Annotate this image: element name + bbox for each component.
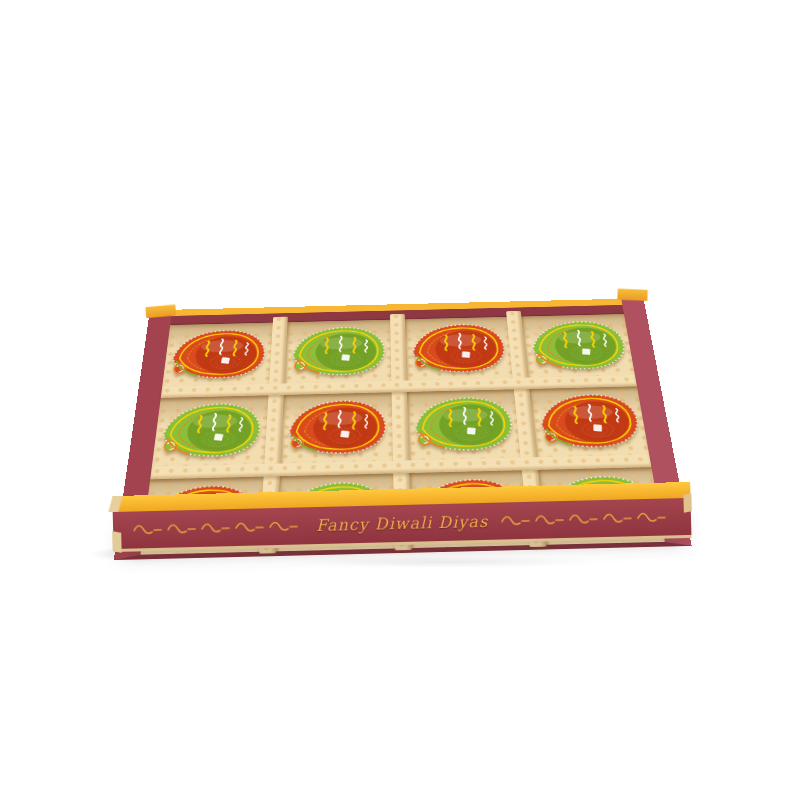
compartment — [407, 390, 521, 460]
compartment — [152, 396, 268, 467]
compartment — [280, 393, 392, 464]
diya-green — [410, 393, 518, 457]
tray-row — [162, 314, 635, 387]
divider-vertical — [391, 386, 409, 462]
diya-green — [287, 323, 387, 381]
gold-scroll-ornament-right — [500, 510, 672, 528]
ground-shadow-bottom — [300, 556, 600, 568]
compartment — [162, 323, 272, 387]
compartment — [521, 314, 634, 378]
diya-green — [525, 317, 632, 375]
compartment — [284, 320, 391, 384]
compartment — [404, 317, 513, 381]
diya-red — [533, 390, 645, 453]
divider-vertical — [390, 314, 407, 383]
compartment — [529, 387, 649, 457]
diya-red — [284, 396, 390, 460]
diya-green — [156, 399, 265, 463]
tray-row — [152, 387, 649, 467]
product-photo: Fancy Diwali Diyas — [0, 0, 800, 800]
gold-scroll-ornament-left — [132, 519, 304, 537]
box-corner-fold-right — [617, 289, 647, 301]
diya-red — [407, 320, 509, 378]
diya-gift-box: Fancy Diwali Diyas — [106, 236, 691, 562]
diya-red — [166, 326, 270, 384]
brand-text: Fancy Diwali Diyas — [316, 512, 489, 535]
